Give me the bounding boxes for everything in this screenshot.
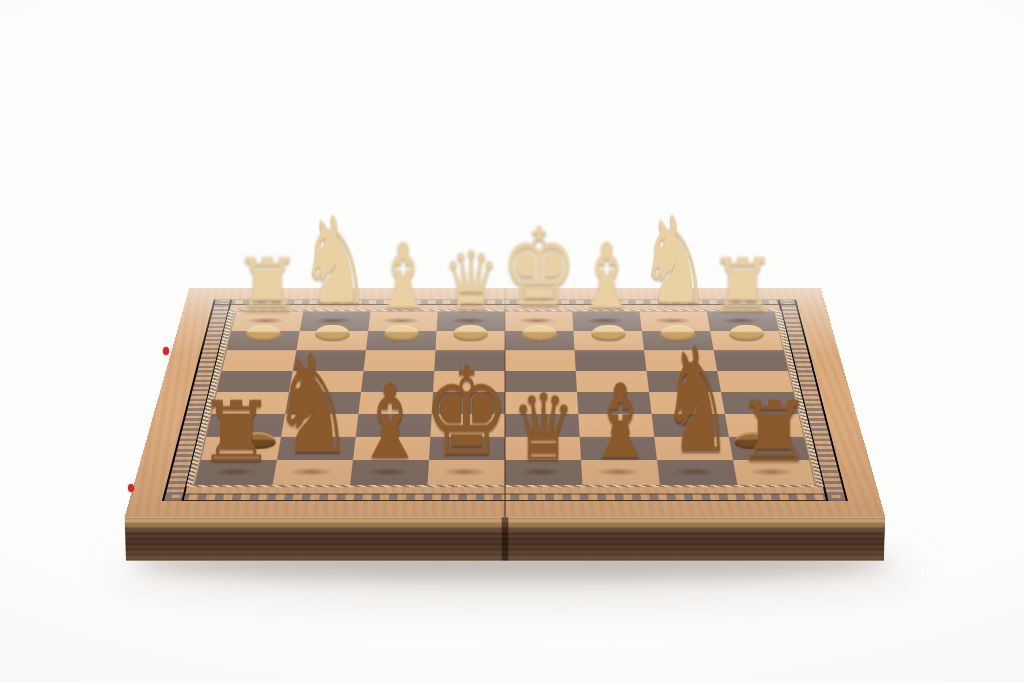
knight-glyph: ♞ [271, 337, 354, 474]
pieces-layer: ♜♞♝♛♚♝♞♜♜♞♝♚♛♝♞♜ [125, 288, 886, 517]
rook-glyph: ♜ [233, 248, 302, 322]
knight-glyph: ♞ [638, 201, 712, 322]
pawn-disc [729, 325, 764, 341]
rook-glyph: ♜ [197, 390, 275, 473]
pawn-disc [522, 325, 557, 341]
queen-glyph: ♛ [443, 241, 500, 322]
pawn-disc [453, 325, 488, 341]
scene: ♜♞♝♛♚♝♞♜♜♞♝♚♛♝♞♜ [0, 0, 1024, 683]
knight-glyph: ♞ [299, 201, 373, 322]
bishop-glyph: ♝ [372, 231, 435, 322]
bishop-glyph: ♝ [354, 371, 426, 473]
king-glyph: ♚ [423, 352, 510, 474]
bishop-glyph: ♝ [575, 231, 638, 322]
latch-pin-back [163, 347, 169, 355]
pawn-disc [384, 325, 419, 341]
pawn-disc [591, 325, 626, 341]
bishop-glyph: ♝ [584, 371, 656, 473]
king-glyph: ♚ [500, 214, 577, 321]
chess-board[interactable]: ♜♞♝♛♚♝♞♜♜♞♝♚♛♝♞♜ [125, 288, 886, 517]
knight-glyph: ♞ [661, 328, 733, 473]
queen-glyph: ♛ [511, 382, 575, 474]
rook-glyph: ♜ [735, 390, 813, 473]
photo-canvas: ♜♞♝♛♚♝♞♜♜♞♝♚♛♝♞♜ [0, 0, 1024, 683]
rook-glyph: ♜ [708, 248, 777, 322]
latch-pin-front [128, 484, 134, 492]
board-front-edge [125, 517, 886, 561]
